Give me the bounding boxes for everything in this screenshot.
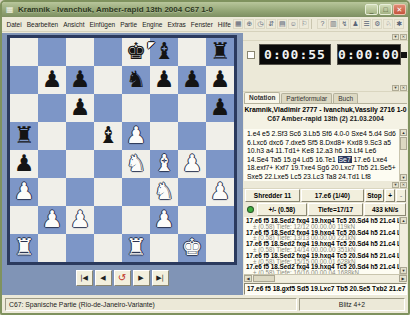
square-c8[interactable] [66, 38, 94, 66]
current-move[interactable]: Se7 [338, 156, 352, 163]
square-h8[interactable]: ♜ [206, 38, 234, 66]
pieces-icon[interactable]: ♘ [383, 19, 393, 29]
white-pawn[interactable]: ♟ [38, 206, 66, 233]
engine-icon[interactable]: ▤ [277, 19, 287, 29]
square-d2[interactable] [94, 206, 122, 234]
window-title: Kramnik - Ivanchuk, Amber-rapid 13th 200… [18, 5, 365, 14]
white-king[interactable]: ♚ [178, 234, 206, 261]
engine-running-led [247, 206, 254, 213]
black-pawn[interactable]: ♟ [66, 94, 94, 121]
nav-first-button[interactable]: |◀ [76, 270, 93, 286]
title-bar[interactable]: ▦ Kramnik - Ivanchuk, Amber-rapid 13th 2… [2, 2, 408, 17]
game-list-icon[interactable]: ☰ [361, 19, 371, 29]
scroll-right-icon[interactable]: ▶ [399, 275, 407, 282]
scroll-down-icon[interactable]: ▼ [400, 174, 407, 181]
white-knight[interactable]: ♞ [150, 178, 178, 205]
menu-datei[interactable]: Datei [4, 19, 24, 30]
tab-buch[interactable]: Buch [333, 93, 358, 103]
notation-moves[interactable]: 1.e4 e5 2.Sf3 Sc6 3.Lb5 Sf6 4.0-0 Sxe4 5… [244, 129, 407, 181]
white-rook[interactable]: ♜ [122, 234, 150, 261]
clock-checkbox[interactable] [247, 51, 255, 59]
engine-status-row: +/- (0.58) Tiefe=17/17 433 kN/s [244, 203, 407, 216]
analysis-hscrollbar[interactable]: ◀ ▶ [244, 274, 407, 282]
engine-plus-button[interactable]: + [385, 189, 395, 202]
square-f4[interactable]: ♝ [150, 150, 178, 178]
black-pawn[interactable]: ♟ [206, 94, 234, 121]
nav-forward-button[interactable]: ▶ [133, 270, 150, 286]
white-clock: 0:00:55 [259, 44, 331, 65]
square-e2[interactable] [122, 206, 150, 234]
square-d3[interactable] [94, 178, 122, 206]
notation-panel-menu-icon[interactable]: ▼ [392, 85, 399, 91]
opening-name: C67: Spanische Partie (Rio-de-Janeiro-Va… [5, 298, 297, 311]
square-f1[interactable] [150, 234, 178, 262]
square-b2[interactable]: ♟ [38, 206, 66, 234]
square-b3[interactable] [38, 178, 66, 206]
square-b5[interactable] [38, 122, 66, 150]
black-pawn[interactable]: ♟ [38, 66, 66, 93]
white-pawn[interactable]: ♟ [66, 206, 94, 233]
white-knight[interactable]: ♞ [122, 150, 150, 177]
black-pawn[interactable]: ♟ [206, 66, 234, 93]
square-c6[interactable]: ♟ [66, 94, 94, 122]
white-pawn[interactable]: ♟ [206, 178, 234, 205]
square-g2[interactable] [178, 206, 206, 234]
square-c2[interactable]: ♟ [66, 206, 94, 234]
menu-bar: DateiBearbeitenAnsichtEinfügenPartieEngi… [4, 19, 233, 30]
black-rook[interactable]: ♜ [10, 122, 38, 149]
notation-panel-close-icon[interactable]: ✕ [400, 85, 407, 91]
move-navigation: |◀◀↺▶▶| [7, 270, 237, 286]
engine-current-move: 17.e6 (1/40) [301, 189, 364, 202]
square-f5[interactable] [150, 122, 178, 150]
square-b8[interactable] [38, 38, 66, 66]
menu-hilfe[interactable]: Hilfe [215, 19, 233, 30]
scroll-thumb[interactable] [400, 137, 407, 150]
scroll-up-icon[interactable]: ▲ [400, 217, 407, 224]
engine-analysis-list[interactable]: 17.e6 f5 18.Sed2 fxg4 19.hxg4 Tc5 20.Sd4… [244, 217, 399, 274]
menu-toolbar-row: DateiBearbeitenAnsichtEinfügenPartieEngi… [2, 17, 408, 32]
right-panel: ▼ ✕ 0:00:55 0:00:00 ▼ ✕ NotationPartiefo… [243, 33, 408, 295]
black-pawn[interactable]: ♟ [66, 66, 94, 93]
engine-minus-button[interactable]: - [396, 189, 406, 202]
square-e7[interactable]: ♞ [122, 66, 150, 94]
nav-takeback-button[interactable]: ↺ [114, 270, 131, 286]
notation-panel-header: ▼ ✕ [243, 84, 408, 92]
nav-back-button[interactable]: ◀ [95, 270, 112, 286]
square-g5[interactable] [178, 122, 206, 150]
square-a4[interactable]: ♟ [10, 150, 38, 178]
minimize-button[interactable]: _ [365, 4, 378, 15]
scroll-down-icon[interactable]: ▼ [400, 267, 407, 274]
square-d7[interactable] [94, 66, 122, 94]
white-pawn[interactable]: ♟ [150, 206, 178, 233]
analysis-icon[interactable]: ⇵ [266, 19, 276, 29]
event-line: C67 Amber-rapid 13th (2) 21.03.2004 [244, 115, 407, 122]
options-gear-icon[interactable]: ⚙ [372, 19, 382, 29]
notation-scrollbar[interactable]: ▲ ▼ [399, 129, 407, 181]
menu-engine[interactable]: Engine [140, 19, 165, 30]
analysis-scrollbar[interactable]: ▲ ▼ [399, 217, 407, 274]
level-indicator: Blitz 4+2 [299, 298, 405, 311]
square-e8[interactable]: ♚ [122, 38, 150, 66]
white-rook[interactable]: ♜ [10, 234, 38, 261]
engine-panel-header: ▼ ✕ [243, 181, 408, 189]
square-e4[interactable]: ♞ [122, 150, 150, 178]
menu-partie[interactable]: Partie [118, 19, 140, 30]
black-pawn[interactable]: ♟ [10, 150, 38, 177]
square-g8[interactable] [178, 38, 206, 66]
square-f7[interactable]: ♟ [150, 66, 178, 94]
white-bishop[interactable]: ♝ [150, 150, 178, 177]
client-area: ♚♝♜♟♟♞♟♟♟♟♟♜♝♟♟♞♝♟♟♞♟♟♟♟♜♜♚ ◤ |◀◀↺▶▶| ▼ … [2, 33, 408, 295]
square-b1[interactable] [38, 234, 66, 262]
engine-stop-button[interactable]: Stop [365, 189, 385, 202]
game-header: Kramnik,Vladimir 2777 - Ivanchuk,Vassily… [244, 104, 407, 129]
square-a7[interactable] [10, 66, 38, 94]
menu-extras[interactable]: Extras [165, 19, 188, 30]
tab-notation[interactable]: Notation [244, 92, 280, 103]
app-icon: ▦ [6, 5, 15, 14]
square-b4[interactable] [38, 150, 66, 178]
square-e1[interactable]: ♜ [122, 234, 150, 262]
square-d8[interactable] [94, 38, 122, 66]
chess-board-frame: ♚♝♜♟♟♞♟♟♟♟♟♜♝♟♟♞♝♟♟♞♟♟♟♟♜♜♚ ◤ [7, 35, 237, 265]
square-h1[interactable] [206, 234, 234, 262]
black-knight[interactable]: ♞ [122, 66, 150, 93]
toolbar-separator [311, 19, 315, 29]
menu-fenster[interactable]: Fenster [188, 19, 215, 30]
engine-best-line: 17.e6 f5 18.gxf5 Sd5 19.Lxc7 Tb5 20.Se5 … [244, 283, 407, 295]
square-h5[interactable] [206, 122, 234, 150]
clock-icon[interactable]: ◷ [255, 19, 265, 29]
square-a8[interactable] [10, 38, 38, 66]
engine-eval-button[interactable]: +/- (0.58) [257, 203, 307, 216]
square-c3[interactable] [66, 178, 94, 206]
white-pawn[interactable]: ♟ [178, 150, 206, 177]
maximize-button[interactable]: □ [379, 4, 392, 15]
square-b7[interactable]: ♟ [38, 66, 66, 94]
smiley-icon[interactable]: ☺ [288, 19, 298, 29]
mouse-cursor: ◤ [148, 40, 155, 50]
square-a1[interactable]: ♜ [10, 234, 38, 262]
engine-name-button[interactable]: Shredder 11 [245, 189, 300, 202]
square-d1[interactable] [94, 234, 122, 262]
square-h2[interactable] [206, 206, 234, 234]
square-a6[interactable] [10, 94, 38, 122]
square-d5[interactable]: ♝ [94, 122, 122, 150]
square-g6[interactable] [178, 94, 206, 122]
square-a3[interactable]: ♟ [10, 178, 38, 206]
square-h6[interactable]: ♟ [206, 94, 234, 122]
square-g7[interactable]: ♟ [178, 66, 206, 94]
engine-controls-row: Shredder 11 17.e6 (1/40) Stop + - [244, 189, 407, 202]
clock-panel-header: ▼ ✕ [243, 33, 408, 41]
square-d6[interactable] [94, 94, 122, 122]
close-button[interactable]: ✕ [393, 4, 406, 15]
scroll-left-icon[interactable]: ◀ [244, 275, 252, 282]
square-c7[interactable]: ♟ [66, 66, 94, 94]
engine-panel-menu-icon[interactable]: ▼ [392, 182, 399, 188]
menu-einfügen[interactable]: Einfügen [87, 19, 118, 30]
square-f2[interactable]: ♟ [150, 206, 178, 234]
square-g4[interactable]: ♟ [178, 150, 206, 178]
square-g1[interactable]: ♚ [178, 234, 206, 262]
clock-indicator [401, 52, 407, 58]
black-clock: 0:00:00 [337, 44, 401, 65]
new-board-icon[interactable]: ▦ [233, 19, 243, 29]
nav-last-button[interactable]: ▶| [152, 270, 169, 286]
square-e3[interactable] [122, 178, 150, 206]
menu-ansicht[interactable]: Ansicht [61, 19, 87, 30]
white-pawn[interactable]: ♟ [122, 122, 150, 149]
square-a5[interactable]: ♜ [10, 122, 38, 150]
clock-panel-close-icon[interactable]: ✕ [400, 34, 407, 40]
square-h4[interactable] [206, 150, 234, 178]
square-a2[interactable] [10, 206, 38, 234]
internet-icon[interactable]: ⊕ [244, 19, 254, 29]
clock-panel-menu-icon[interactable]: ▼ [392, 34, 399, 40]
notation-tabs: NotationPartieformularBuch [244, 92, 407, 104]
white-pawn[interactable]: ♟ [10, 178, 38, 205]
black-bishop[interactable]: ♝ [94, 122, 122, 149]
chess-board[interactable]: ♚♝♜♟♟♞♟♟♟♟♟♜♝♟♟♞♝♟♟♞♟♟♟♟♜♜♚ [10, 38, 234, 262]
setup-position-icon[interactable]: ♟ [350, 19, 360, 29]
toolbar: ▦⊕◷⇵▤☺⚐?▥↯♟☰⚙♘✱ [233, 19, 406, 29]
move-now-icon[interactable]: ↯ [339, 19, 349, 29]
scroll-up-icon[interactable]: ▲ [400, 129, 407, 136]
status-bar: C67: Spanische Partie (Rio-de-Janeiro-Va… [2, 295, 408, 313]
menu-bearbeiten[interactable]: Bearbeiten [24, 19, 60, 30]
hand-icon[interactable]: ✱ [394, 19, 404, 29]
hscroll-thumb[interactable] [253, 275, 275, 282]
app-window: ▦ Kramnik - Ivanchuk, Amber-rapid 13th 2… [0, 0, 410, 315]
black-pawn[interactable]: ♟ [178, 66, 206, 93]
black-king[interactable]: ♚ [122, 38, 150, 65]
square-f3[interactable]: ♞ [150, 178, 178, 206]
square-c5[interactable] [66, 122, 94, 150]
flag-icon[interactable]: ⚐ [299, 19, 309, 29]
book-icon[interactable]: ▥ [328, 19, 338, 29]
help-icon[interactable]: ? [317, 19, 327, 29]
engine-depth-button[interactable]: Tiefe=17/17 [308, 203, 364, 216]
square-b6[interactable] [38, 94, 66, 122]
square-g3[interactable] [178, 178, 206, 206]
square-h7[interactable]: ♟ [206, 66, 234, 94]
square-c1[interactable] [66, 234, 94, 262]
square-e5[interactable]: ♟ [122, 122, 150, 150]
square-c4[interactable] [66, 150, 94, 178]
black-rook[interactable]: ♜ [206, 38, 234, 65]
square-d4[interactable] [94, 150, 122, 178]
tab-partieformular[interactable]: Partieformular [281, 93, 332, 103]
players-line: Kramnik,Vladimir 2777 - Ivanchuk,Vassily… [244, 106, 407, 113]
square-e6[interactable] [122, 94, 150, 122]
black-pawn[interactable]: ♟ [150, 66, 178, 93]
square-h3[interactable]: ♟ [206, 178, 234, 206]
engine-panel-close-icon[interactable]: ✕ [400, 182, 407, 188]
engine-speed-button[interactable]: 433 kN/s [364, 203, 406, 216]
square-f6[interactable] [150, 94, 178, 122]
clock-panel: 0:00:55 0:00:00 [243, 42, 408, 68]
